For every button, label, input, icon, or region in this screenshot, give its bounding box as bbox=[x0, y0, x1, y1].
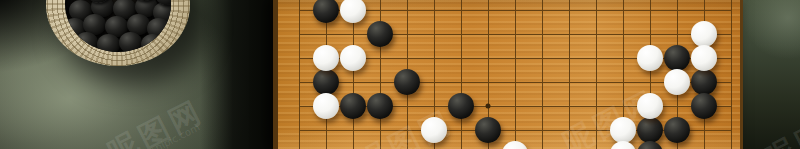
stone-black bbox=[367, 21, 393, 47]
stone-white bbox=[421, 117, 447, 143]
stone-black bbox=[691, 69, 717, 95]
bowl-stone bbox=[75, 32, 98, 52]
bowl-stone bbox=[141, 34, 164, 52]
stone-black bbox=[637, 117, 663, 143]
board-edge-shadow bbox=[200, 0, 273, 149]
stone-white bbox=[313, 45, 339, 71]
table-surface-right bbox=[743, 0, 800, 149]
stone-white bbox=[637, 45, 663, 71]
stone-black bbox=[340, 93, 366, 119]
stone-white bbox=[664, 69, 690, 95]
stone-black bbox=[691, 93, 717, 119]
stone-black bbox=[313, 69, 339, 95]
stone-white bbox=[691, 21, 717, 47]
stone-white bbox=[340, 0, 366, 23]
stone-white bbox=[610, 141, 636, 149]
stone-black bbox=[313, 0, 339, 23]
stone-black bbox=[664, 45, 690, 71]
stone-white bbox=[313, 93, 339, 119]
stone-white bbox=[502, 141, 528, 149]
stone-black bbox=[664, 117, 690, 143]
stone-white bbox=[637, 93, 663, 119]
bowl-stones bbox=[65, 0, 171, 52]
bowl-stone bbox=[97, 34, 120, 52]
stone-black bbox=[475, 117, 501, 143]
stone-white bbox=[610, 117, 636, 143]
stone-white bbox=[691, 45, 717, 71]
board-stones bbox=[278, 0, 740, 149]
photo-canvas: 昵图网昵图网昵图网昵图网www.nipic.com bbox=[0, 0, 800, 149]
stone-black bbox=[448, 93, 474, 119]
bowl-stone bbox=[119, 32, 142, 52]
stone-white bbox=[340, 45, 366, 71]
stone-black bbox=[637, 141, 663, 149]
go-board bbox=[273, 0, 743, 149]
stone-black bbox=[394, 69, 420, 95]
stone-black bbox=[367, 93, 393, 119]
